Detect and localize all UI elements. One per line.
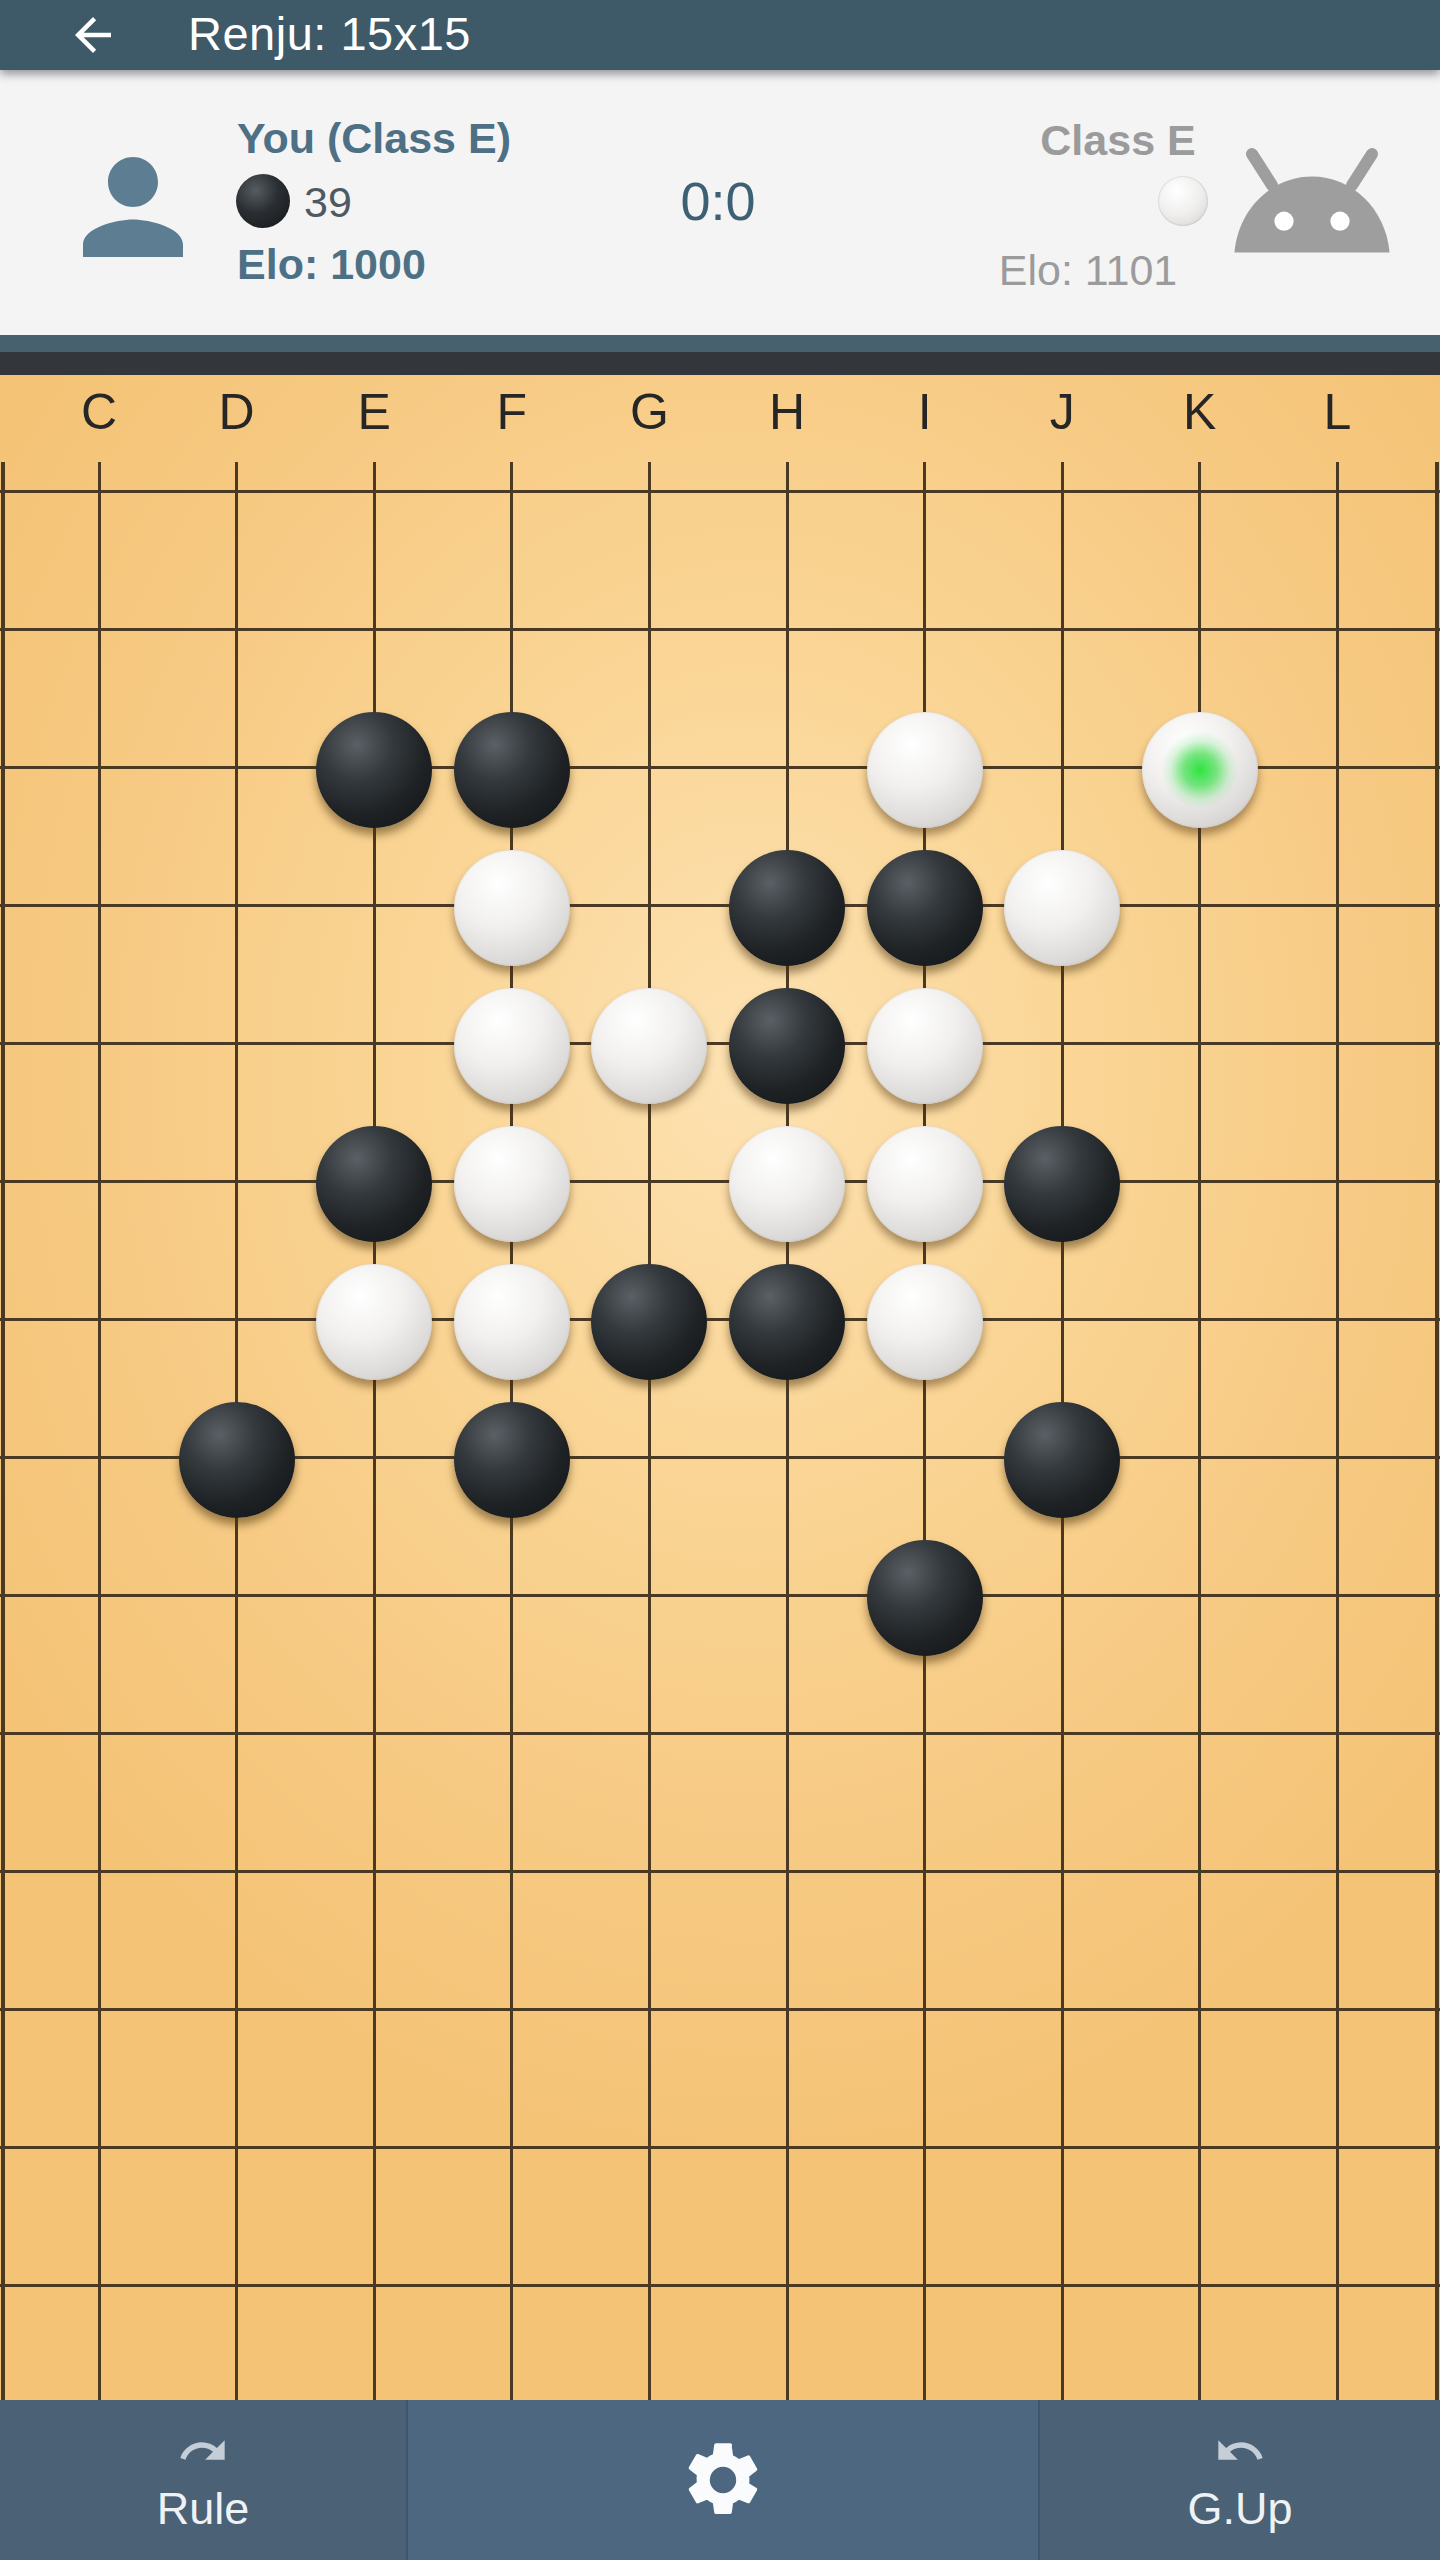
column-label-K: K (1183, 383, 1216, 441)
stone-black-G9 (591, 1264, 707, 1380)
dark-separator (0, 352, 1440, 375)
stone-black-F8 (454, 1402, 570, 1518)
grid-line (0, 490, 1440, 493)
title-bar: Renju: 15x15 (0, 0, 1440, 70)
redo-arrow-icon (171, 2425, 235, 2477)
stone-black-H9 (729, 1264, 845, 1380)
white-stone-icon (1158, 176, 1208, 226)
grid-line (0, 628, 1440, 631)
android-robot-icon (1216, 142, 1408, 262)
stone-white-I9 (867, 1264, 983, 1380)
arrow-left-icon (66, 48, 120, 65)
stone-black-D8 (179, 1402, 295, 1518)
grid-line (0, 1318, 1440, 1321)
page-title: Renju: 15x15 (188, 0, 471, 70)
grid-line (0, 2284, 1440, 2287)
grid-line (0, 1594, 1440, 1597)
column-label-I: I (918, 383, 932, 441)
give-up-button-label: G.Up (1187, 2483, 1292, 2535)
stone-black-F13 (454, 712, 570, 828)
gear-icon (679, 2436, 767, 2524)
last-move-marker (1162, 732, 1238, 808)
column-label-F: F (497, 383, 528, 441)
stone-black-E10 (316, 1126, 432, 1242)
black-stone-icon (236, 174, 290, 228)
rule-button[interactable]: Rule (0, 2400, 408, 2560)
stone-white-E9 (316, 1264, 432, 1380)
column-label-H: H (769, 383, 805, 441)
stone-black-I12 (867, 850, 983, 966)
left-player-elo: Elo: 1000 (237, 240, 426, 289)
column-label-E: E (358, 383, 391, 441)
stone-white-I11 (867, 988, 983, 1104)
stone-black-H12 (729, 850, 845, 966)
board-edge-line (1435, 462, 1439, 2400)
stone-white-F11 (454, 988, 570, 1104)
stone-white-J12 (1004, 850, 1120, 966)
column-label-C: C (81, 383, 117, 441)
game-timer: 0:0 (680, 170, 755, 232)
grid-line (0, 2008, 1440, 2011)
stone-black-H11 (729, 988, 845, 1104)
left-player-stone-count: 39 (304, 178, 352, 227)
right-player-elo: Elo: 1101 (999, 246, 1178, 295)
stone-black-J10 (1004, 1126, 1120, 1242)
stone-black-I7 (867, 1540, 983, 1656)
stone-white-F9 (454, 1264, 570, 1380)
players-header: You (Class E) 39 Elo: 1000 0:0 Class E E… (0, 70, 1440, 335)
column-label-L: L (1323, 383, 1351, 441)
person-icon (58, 132, 208, 282)
stone-black-E13 (316, 712, 432, 828)
stone-white-I10 (867, 1126, 983, 1242)
rule-button-label: Rule (157, 2483, 250, 2535)
renju-app-screen: Renju: 15x15 You (Class E) 39 Elo: 1000 … (0, 0, 1440, 2560)
grid-line (1336, 462, 1339, 2400)
back-button[interactable] (66, 8, 120, 62)
board-edge-line (1, 462, 5, 2400)
grid-line (0, 1042, 1440, 1045)
right-player-name: Class E (1040, 116, 1195, 165)
left-player-name: You (Class E) (237, 114, 511, 163)
stone-black-J8 (1004, 1402, 1120, 1518)
undo-arrow-icon (1208, 2425, 1272, 2477)
stone-white-K13 (1142, 712, 1258, 828)
grid-line (0, 904, 1440, 907)
game-board[interactable]: CDEFGHIJKL (0, 375, 1440, 2400)
grid-line (0, 2146, 1440, 2149)
bottom-bar: Rule G.Up (0, 2400, 1440, 2560)
grid-line (648, 462, 651, 2400)
stone-white-F12 (454, 850, 570, 966)
stone-white-G11 (591, 988, 707, 1104)
column-label-J: J (1050, 383, 1075, 441)
grid-line (0, 1870, 1440, 1873)
grid-line (98, 462, 101, 2400)
column-label-D: D (219, 383, 255, 441)
grid-line (786, 462, 789, 2400)
grid-line (0, 1732, 1440, 1735)
settings-button[interactable] (408, 2400, 1040, 2560)
grid-line (0, 1180, 1440, 1183)
stone-white-F10 (454, 1126, 570, 1242)
stone-white-H10 (729, 1126, 845, 1242)
column-label-G: G (630, 383, 669, 441)
header-divider-band (0, 335, 1440, 352)
give-up-button[interactable]: G.Up (1040, 2400, 1440, 2560)
stone-white-I13 (867, 712, 983, 828)
